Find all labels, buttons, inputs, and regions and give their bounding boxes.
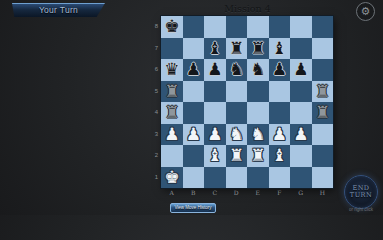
square-f7[interactable]: ♝	[269, 38, 291, 60]
square-c8[interactable]	[204, 16, 226, 38]
square-f2[interactable]: ♝	[269, 145, 291, 167]
square-b4[interactable]	[183, 102, 205, 124]
square-g2[interactable]	[290, 145, 312, 167]
square-g6[interactable]: ♟	[290, 59, 312, 81]
square-b5[interactable]	[183, 81, 205, 103]
square-c5[interactable]	[204, 81, 226, 103]
view-move-history-button[interactable]: View Move History	[170, 203, 216, 213]
rank-label-7: 7	[147, 38, 158, 60]
square-f1[interactable]	[269, 167, 291, 189]
square-b6[interactable]: ♟	[183, 59, 205, 81]
neutral-tower-piece: ♜	[312, 102, 334, 124]
black-rook-piece: ♜	[226, 38, 248, 60]
file-label-d: D	[226, 189, 248, 196]
black-queen-piece: ♛	[161, 59, 183, 81]
square-c6[interactable]: ♟	[204, 59, 226, 81]
settings-button[interactable]: ⚙	[356, 2, 375, 21]
square-e6[interactable]: ♞	[247, 59, 269, 81]
turn-banner: Your Turn	[12, 3, 105, 17]
square-a3[interactable]: ♟	[161, 124, 183, 146]
white-bishop-piece: ♝	[204, 145, 226, 167]
square-f6[interactable]: ♟	[269, 59, 291, 81]
square-d5[interactable]	[226, 81, 248, 103]
white-pawn-piece: ♟	[269, 124, 291, 146]
white-bishop-piece: ♝	[269, 145, 291, 167]
square-g4[interactable]	[290, 102, 312, 124]
white-pawn-piece: ♟	[161, 124, 183, 146]
black-pawn-piece: ♟	[269, 59, 291, 81]
rank-label-5: 5	[147, 81, 158, 103]
square-g3[interactable]: ♟	[290, 124, 312, 146]
gear-icon: ⚙	[361, 6, 371, 17]
square-e1[interactable]	[247, 167, 269, 189]
white-rook-piece: ♜	[226, 145, 248, 167]
white-rook-piece: ♜	[247, 145, 269, 167]
black-bishop-piece: ♝	[204, 38, 226, 60]
rank-label-4: 4	[147, 102, 158, 124]
square-h1[interactable]	[312, 167, 334, 189]
rank-label-1: 1	[147, 167, 158, 189]
square-e2[interactable]: ♜	[247, 145, 269, 167]
black-knight-piece: ♞	[226, 59, 248, 81]
neutral-tower-piece: ♜	[161, 102, 183, 124]
file-label-b: B	[183, 189, 205, 196]
square-c1[interactable]	[204, 167, 226, 189]
black-pawn-piece: ♟	[204, 59, 226, 81]
square-d6[interactable]: ♞	[226, 59, 248, 81]
square-g7[interactable]	[290, 38, 312, 60]
file-label-c: C	[204, 189, 226, 196]
square-e4[interactable]	[247, 102, 269, 124]
neutral-tower-piece: ♜	[161, 81, 183, 103]
square-c2[interactable]: ♝	[204, 145, 226, 167]
white-pawn-piece: ♟	[183, 124, 205, 146]
square-e5[interactable]	[247, 81, 269, 103]
square-a4[interactable]: ♜	[161, 102, 183, 124]
chess-board[interactable]: ♚♝♜♜♝♛♟♟♞♞♟♟♜♜♜♜♟♟♟♞♞♟♟♝♜♜♝♚	[161, 16, 333, 188]
rank-labels: 87654321	[147, 16, 158, 188]
square-h2[interactable]	[312, 145, 334, 167]
square-d7[interactable]: ♜	[226, 38, 248, 60]
square-f4[interactable]	[269, 102, 291, 124]
file-label-g: G	[290, 189, 312, 196]
square-b8[interactable]	[183, 16, 205, 38]
square-d4[interactable]	[226, 102, 248, 124]
square-b3[interactable]: ♟	[183, 124, 205, 146]
end-turn-button[interactable]: END TURN	[344, 175, 378, 209]
rank-label-2: 2	[147, 145, 158, 167]
file-label-a: A	[161, 189, 183, 196]
square-f3[interactable]: ♟	[269, 124, 291, 146]
white-knight-piece: ♞	[226, 124, 248, 146]
end-turn-label-line2: TURN	[350, 192, 372, 200]
black-bishop-piece: ♝	[269, 38, 291, 60]
file-label-f: F	[269, 189, 291, 196]
rank-label-8: 8	[147, 16, 158, 38]
square-d1[interactable]	[226, 167, 248, 189]
square-g5[interactable]	[290, 81, 312, 103]
square-b1[interactable]	[183, 167, 205, 189]
square-h8[interactable]	[312, 16, 334, 38]
rank-label-6: 6	[147, 59, 158, 81]
square-c7[interactable]: ♝	[204, 38, 226, 60]
neutral-tower-piece: ♜	[312, 81, 334, 103]
square-e8[interactable]	[247, 16, 269, 38]
white-pawn-piece: ♟	[204, 124, 226, 146]
square-h5[interactable]: ♜	[312, 81, 334, 103]
square-a2[interactable]	[161, 145, 183, 167]
white-knight-piece: ♞	[247, 124, 269, 146]
square-a1[interactable]: ♚	[161, 167, 183, 189]
end-turn-hint: or right click	[338, 207, 383, 212]
square-b2[interactable]	[183, 145, 205, 167]
black-pawn-piece: ♟	[183, 59, 205, 81]
square-d8[interactable]	[226, 16, 248, 38]
square-e7[interactable]: ♜	[247, 38, 269, 60]
square-a5[interactable]: ♜	[161, 81, 183, 103]
square-g1[interactable]	[290, 167, 312, 189]
black-king-piece: ♚	[161, 16, 183, 38]
square-a8[interactable]: ♚	[161, 16, 183, 38]
black-knight-piece: ♞	[247, 59, 269, 81]
file-label-e: E	[247, 189, 269, 196]
black-rook-piece: ♜	[247, 38, 269, 60]
white-king-piece: ♚	[161, 167, 183, 189]
square-g8[interactable]	[290, 16, 312, 38]
square-h3[interactable]	[312, 124, 334, 146]
white-pawn-piece: ♟	[290, 124, 312, 146]
mission-title: Mission 4	[200, 3, 295, 14]
square-a7[interactable]	[161, 38, 183, 60]
square-f8[interactable]	[269, 16, 291, 38]
square-c3[interactable]: ♟	[204, 124, 226, 146]
square-h4[interactable]: ♜	[312, 102, 334, 124]
square-h7[interactable]	[312, 38, 334, 60]
rank-label-3: 3	[147, 124, 158, 146]
square-a6[interactable]: ♛	[161, 59, 183, 81]
square-e3[interactable]: ♞	[247, 124, 269, 146]
file-labels: ABCDEFGH	[161, 189, 333, 196]
square-d3[interactable]: ♞	[226, 124, 248, 146]
square-f5[interactable]	[269, 81, 291, 103]
black-pawn-piece: ♟	[290, 59, 312, 81]
square-d2[interactable]: ♜	[226, 145, 248, 167]
square-c4[interactable]	[204, 102, 226, 124]
square-h6[interactable]	[312, 59, 334, 81]
square-b7[interactable]	[183, 38, 205, 60]
file-label-h: H	[312, 189, 334, 196]
